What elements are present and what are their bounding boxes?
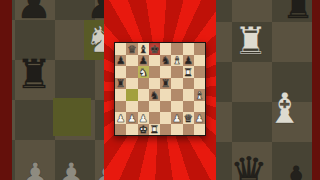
square-c5[interactable] [138, 78, 149, 90]
square-h6[interactable] [194, 66, 205, 78]
white-queen-icon: ♛ [183, 112, 192, 123]
bg-black-pawn-icon: ♟ [280, 162, 312, 180]
square-e5[interactable]: ♜ [160, 78, 171, 90]
square-f4[interactable] [171, 89, 182, 101]
right-edge-stripe [312, 0, 320, 180]
bg-black-pawn-icon: ♟ [16, 0, 52, 24]
square-h8[interactable] [194, 43, 205, 55]
white-pawn-icon: ♟ [195, 112, 204, 123]
white-bishop-icon: ♝ [172, 55, 181, 66]
bg-white-rook-icon: ♜ [234, 22, 268, 60]
black-pawn-icon: ♟ [138, 55, 147, 66]
black-bishop-icon: ♝ [138, 43, 147, 54]
chess-board: ♛♝♚♟♟♞♝♟♞♜♜♜♞♝♟♟♟♟♛♟♚♜ [114, 42, 206, 136]
white-pawn-icon: ♟ [116, 112, 125, 123]
square-g5[interactable] [183, 78, 194, 90]
bg-white-knight-icon: ♞ [85, 22, 104, 58]
bg-white-pawn-icon: ♟ [20, 158, 50, 180]
white-rook-icon: ♜ [183, 66, 192, 77]
square-c6[interactable]: ♞ [138, 66, 149, 78]
square-g2[interactable]: ♛ [183, 112, 194, 124]
square-h1[interactable] [194, 124, 205, 136]
square-d1[interactable]: ♜ [149, 124, 160, 136]
square-b1[interactable] [126, 124, 137, 136]
square-e4[interactable] [160, 89, 171, 101]
square-h2[interactable]: ♟ [194, 112, 205, 124]
square-g6[interactable]: ♜ [183, 66, 194, 78]
black-rook-icon: ♜ [161, 78, 170, 89]
white-king-icon: ♚ [138, 124, 147, 135]
square-b8[interactable]: ♛ [126, 43, 137, 55]
white-knight-icon: ♞ [138, 66, 147, 77]
square-h7[interactable] [194, 55, 205, 67]
square-g1[interactable] [183, 124, 194, 136]
square-b4[interactable] [126, 89, 137, 101]
square-c1[interactable]: ♚ [138, 124, 149, 136]
bg-white-pawn-icon: ♟ [92, 158, 104, 180]
white-pawn-icon: ♟ [172, 112, 181, 123]
square-a1[interactable] [115, 124, 126, 136]
white-rook-icon: ♜ [150, 124, 159, 135]
black-rook-icon: ♜ [116, 78, 125, 89]
square-f7[interactable]: ♝ [171, 55, 182, 67]
square-d4[interactable]: ♞ [149, 89, 160, 101]
square-b7[interactable] [126, 55, 137, 67]
black-pawn-icon: ♟ [183, 55, 192, 66]
black-queen-icon: ♛ [127, 43, 136, 54]
square-e1[interactable] [160, 124, 171, 136]
square-b2[interactable]: ♟ [126, 112, 137, 124]
square-d8[interactable]: ♚ [149, 43, 160, 55]
square-a2[interactable]: ♟ [115, 112, 126, 124]
highlight-tile [53, 98, 91, 136]
black-king-icon: ♚ [150, 43, 159, 54]
bg-white-pawn-icon: ♟ [56, 158, 86, 180]
bg-white-bishop-icon: ♝ [266, 88, 304, 130]
square-e2[interactable] [160, 112, 171, 124]
black-pawn-icon: ♟ [116, 55, 125, 66]
square-f5[interactable] [171, 78, 182, 90]
square-a5[interactable]: ♜ [115, 78, 126, 90]
square-h4[interactable]: ♝ [194, 89, 205, 101]
square-f2[interactable]: ♟ [171, 112, 182, 124]
bg-black-rook-icon: ♜ [16, 54, 52, 94]
square-b6[interactable] [126, 66, 137, 78]
shorts-frame: ♟♟♞♜♟♟♟ ♜♜♝♛♟ ♛♝♚♟♟♞♝♟♞♜♜♜♞♝♟♟♟♟♛♟♚♜ [0, 0, 320, 180]
square-f1[interactable] [171, 124, 182, 136]
bg-black-rook-icon: ♜ [282, 0, 314, 24]
square-b5[interactable] [126, 78, 137, 90]
black-knight-icon: ♞ [150, 89, 159, 100]
square-g4[interactable] [183, 89, 194, 101]
black-knight-icon: ♞ [161, 55, 170, 66]
square-a4[interactable] [115, 89, 126, 101]
white-pawn-icon: ♟ [138, 112, 147, 123]
square-d7[interactable] [149, 55, 160, 67]
square-f6[interactable] [171, 66, 182, 78]
white-pawn-icon: ♟ [127, 112, 136, 123]
square-e7[interactable]: ♞ [160, 55, 171, 67]
background-board-right: ♜♜♝♛♟ [216, 0, 320, 180]
square-a7[interactable]: ♟ [115, 55, 126, 67]
square-c4[interactable] [138, 89, 149, 101]
bg-black-queen-icon: ♛ [230, 152, 268, 180]
square-e3[interactable] [160, 101, 171, 113]
square-d6[interactable] [149, 66, 160, 78]
left-edge-stripe [0, 0, 12, 180]
background-board-left: ♟♟♞♜♟♟♟ [0, 0, 104, 180]
white-bishop-icon: ♝ [195, 89, 204, 100]
square-d3[interactable] [149, 101, 160, 113]
